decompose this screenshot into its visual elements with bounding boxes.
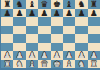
square-b4[interactable]	[13, 34, 25, 43]
square-h2[interactable]: ♟	[88, 51, 100, 60]
white-knight: ♞	[16, 60, 24, 68]
square-g8[interactable]: ♞	[75, 0, 87, 9]
square-c4[interactable]	[26, 34, 38, 43]
black-pawn: ♟	[65, 9, 73, 17]
square-b1[interactable]: ♞	[13, 60, 25, 69]
black-pawn: ♟	[90, 9, 98, 17]
square-a2[interactable]: ♟	[1, 51, 13, 60]
white-pawn: ♟	[41, 51, 49, 59]
black-bishop: ♝	[65, 0, 73, 8]
square-f1[interactable]: ♝	[63, 60, 75, 69]
square-f6[interactable]	[63, 17, 75, 26]
black-knight: ♞	[16, 0, 24, 8]
black-pawn: ♟	[78, 9, 86, 17]
square-g7[interactable]: ♟	[75, 9, 87, 18]
square-d5[interactable]	[38, 26, 50, 35]
square-e4[interactable]	[51, 34, 63, 43]
square-d2[interactable]: ♟	[38, 51, 50, 60]
white-pawn: ♟	[28, 51, 36, 59]
black-knight: ♞	[78, 0, 86, 8]
square-h8[interactable]: ♜	[88, 0, 100, 9]
chess-board: ♜♞♝♛♚♝♞♜♟♟♟♟♟♟♟♟♟♟♟♟♟♟♟♟♜♞♝♛♚♝♞♜	[1, 0, 100, 68]
square-g5[interactable]	[75, 26, 87, 35]
square-d8[interactable]: ♛	[38, 0, 50, 9]
square-e5[interactable]	[51, 26, 63, 35]
square-f7[interactable]: ♟	[63, 9, 75, 18]
square-h7[interactable]: ♟	[88, 9, 100, 18]
white-knight: ♞	[78, 60, 86, 68]
white-bishop: ♝	[65, 60, 73, 68]
square-d4[interactable]	[38, 34, 50, 43]
white-pawn: ♟	[3, 51, 11, 59]
square-f2[interactable]: ♟	[63, 51, 75, 60]
black-queen: ♛	[41, 0, 49, 8]
square-b8[interactable]: ♞	[13, 0, 25, 9]
square-a7[interactable]: ♟	[1, 9, 13, 18]
white-rook: ♜	[90, 60, 98, 68]
white-pawn: ♟	[78, 51, 86, 59]
square-c6[interactable]	[26, 17, 38, 26]
square-b5[interactable]	[13, 26, 25, 35]
square-h3[interactable]	[88, 43, 100, 52]
white-bishop: ♝	[28, 60, 36, 68]
black-rook: ♜	[90, 0, 98, 8]
square-c1[interactable]: ♝	[26, 60, 38, 69]
square-c3[interactable]	[26, 43, 38, 52]
square-d7[interactable]: ♟	[38, 9, 50, 18]
white-pawn: ♟	[53, 51, 61, 59]
square-h1[interactable]: ♜	[88, 60, 100, 69]
black-rook: ♜	[3, 0, 11, 8]
square-f5[interactable]	[63, 26, 75, 35]
black-pawn: ♟	[28, 9, 36, 17]
white-pawn: ♟	[16, 51, 24, 59]
square-e8[interactable]: ♚	[51, 0, 63, 9]
square-c5[interactable]	[26, 26, 38, 35]
square-a3[interactable]	[1, 43, 13, 52]
square-b6[interactable]	[13, 17, 25, 26]
square-e1[interactable]: ♚	[51, 60, 63, 69]
square-g3[interactable]	[75, 43, 87, 52]
square-b3[interactable]	[13, 43, 25, 52]
square-g6[interactable]	[75, 17, 87, 26]
white-pawn: ♟	[65, 51, 73, 59]
square-c8[interactable]: ♝	[26, 0, 38, 9]
white-pawn: ♟	[90, 51, 98, 59]
square-a8[interactable]: ♜	[1, 0, 13, 9]
square-a6[interactable]	[1, 17, 13, 26]
black-king: ♚	[53, 0, 61, 8]
black-pawn: ♟	[41, 9, 49, 17]
square-e7[interactable]: ♟	[51, 9, 63, 18]
square-e3[interactable]	[51, 43, 63, 52]
square-b7[interactable]: ♟	[13, 9, 25, 18]
black-bishop: ♝	[28, 0, 36, 8]
square-h6[interactable]	[88, 17, 100, 26]
square-a5[interactable]	[1, 26, 13, 35]
white-queen: ♛	[41, 60, 49, 68]
square-a4[interactable]	[1, 34, 13, 43]
square-f8[interactable]: ♝	[63, 0, 75, 9]
square-b2[interactable]: ♟	[13, 51, 25, 60]
square-h4[interactable]	[88, 34, 100, 43]
square-f4[interactable]	[63, 34, 75, 43]
square-c2[interactable]: ♟	[26, 51, 38, 60]
square-a1[interactable]: ♜	[1, 60, 13, 69]
square-h5[interactable]	[88, 26, 100, 35]
square-f3[interactable]	[63, 43, 75, 52]
square-c7[interactable]: ♟	[26, 9, 38, 18]
square-d1[interactable]: ♛	[38, 60, 50, 69]
square-g2[interactable]: ♟	[75, 51, 87, 60]
black-pawn: ♟	[3, 9, 11, 17]
white-king: ♚	[53, 60, 61, 68]
square-d6[interactable]	[38, 17, 50, 26]
black-pawn: ♟	[16, 9, 24, 17]
square-e2[interactable]: ♟	[51, 51, 63, 60]
square-e6[interactable]	[51, 17, 63, 26]
black-pawn: ♟	[53, 9, 61, 17]
white-rook: ♜	[3, 60, 11, 68]
square-d3[interactable]	[38, 43, 50, 52]
square-g4[interactable]	[75, 34, 87, 43]
square-g1[interactable]: ♞	[75, 60, 87, 69]
